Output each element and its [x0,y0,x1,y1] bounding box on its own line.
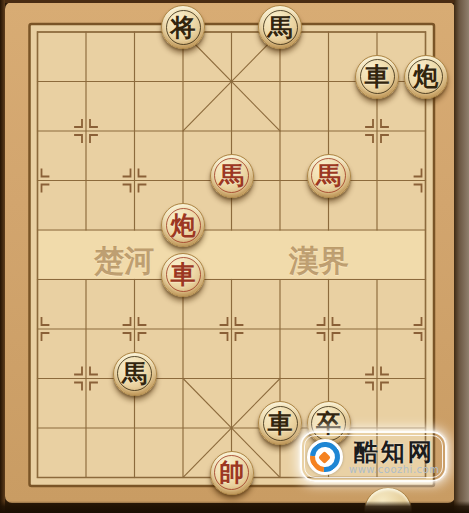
red-general[interactable]: 帥 [210,451,254,495]
black-general[interactable]: 将 [161,5,205,49]
screen-edge-bottom [0,501,469,513]
piece-label: 車 [171,262,196,287]
piece-label: 炮 [171,213,196,238]
red-horse-2[interactable]: 馬 [307,154,351,198]
piece-label: 馬 [122,361,147,386]
piece-label: 帥 [219,460,244,485]
watermark-site-url: www.coozhi.com [349,464,439,475]
piece-label: 馬 [316,163,341,188]
piece-label: 車 [365,64,390,89]
piece-label: 車 [268,411,293,436]
watermark-site-name: 酷知网 [354,439,435,464]
red-horse-1[interactable]: 馬 [210,154,254,198]
black-chariot-1[interactable]: 車 [355,55,399,99]
red-cannon[interactable]: 炮 [161,203,205,247]
black-horse-2[interactable]: 馬 [113,352,157,396]
piece-label: 炮 [413,64,438,89]
black-cannon[interactable]: 炮 [404,55,448,99]
black-horse-1[interactable]: 馬 [258,5,302,49]
piece-layer[interactable]: 将馬車炮馬馬炮車馬車卒帥 [13,7,450,502]
coozhi-logo-icon [307,439,343,475]
xiangqi-app-screenshot: 楚河 漢界 将馬車炮馬馬炮車馬車卒帥 酷知网 www.coozhi.com [0,0,469,513]
piece-label: 馬 [268,15,293,40]
piece-label: 馬 [219,163,244,188]
watermark: 酷知网 www.coozhi.com [300,431,447,482]
screen-edge-left [0,0,5,513]
piece-label: 将 [171,15,196,40]
screen-edge-right [454,0,469,513]
black-chariot-2[interactable]: 車 [258,401,302,445]
red-chariot[interactable]: 車 [161,253,205,297]
screen-edge-top [0,0,469,3]
